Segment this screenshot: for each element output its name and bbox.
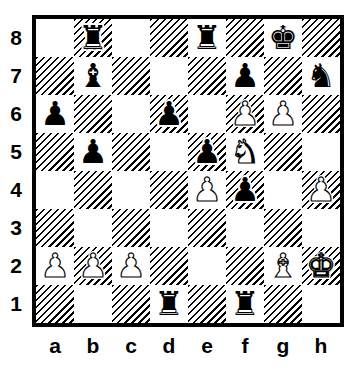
- square-c8[interactable]: [112, 19, 150, 57]
- square-g8[interactable]: ♚: [264, 19, 302, 57]
- square-b2[interactable]: ♟: [74, 247, 112, 285]
- square-b7[interactable]: ♝: [74, 57, 112, 95]
- square-f6[interactable]: ♟: [226, 95, 264, 133]
- square-g7[interactable]: [264, 57, 302, 95]
- piece-white-pawn: ♟: [306, 171, 336, 209]
- file-labels: abcdefgh: [36, 334, 340, 358]
- square-h1[interactable]: [302, 285, 340, 323]
- rank-label-8: 8: [0, 19, 32, 57]
- square-g4[interactable]: [264, 171, 302, 209]
- square-d2[interactable]: [150, 247, 188, 285]
- square-c4[interactable]: [112, 171, 150, 209]
- piece-black-rook: ♜: [78, 19, 108, 57]
- piece-black-rook: ♜: [192, 19, 222, 57]
- piece-black-pawn: ♟: [192, 133, 222, 171]
- square-a6[interactable]: ♟: [36, 95, 74, 133]
- square-e3[interactable]: [188, 209, 226, 247]
- square-e8[interactable]: ♜: [188, 19, 226, 57]
- piece-white-pawn: ♟: [116, 247, 146, 285]
- piece-black-pawn: ♟: [230, 171, 260, 209]
- piece-black-pawn: ♟: [154, 95, 184, 133]
- square-f1[interactable]: ♜: [226, 285, 264, 323]
- square-c3[interactable]: [112, 209, 150, 247]
- square-g3[interactable]: [264, 209, 302, 247]
- square-b3[interactable]: [74, 209, 112, 247]
- square-c2[interactable]: ♟: [112, 247, 150, 285]
- rank-label-3: 3: [0, 209, 32, 247]
- square-g2[interactable]: ♝: [264, 247, 302, 285]
- chess-diagram: 87654321 ♜♜♚♝♟♞♟♟♟♟♟♟♞♟♟♟♟♟♟♝♚♜♜ abcdefg…: [0, 0, 346, 369]
- square-h3[interactable]: [302, 209, 340, 247]
- file-label-f: f: [226, 334, 264, 358]
- piece-white-pawn: ♟: [268, 95, 298, 133]
- square-f5[interactable]: ♞: [226, 133, 264, 171]
- file-labels-row: abcdefgh: [0, 327, 346, 358]
- piece-white-pawn: ♟: [230, 95, 260, 133]
- square-c6[interactable]: [112, 95, 150, 133]
- piece-black-knight: ♞: [306, 57, 336, 95]
- piece-white-pawn: ♟: [40, 247, 70, 285]
- square-a3[interactable]: [36, 209, 74, 247]
- square-a5[interactable]: [36, 133, 74, 171]
- square-f2[interactable]: [226, 247, 264, 285]
- square-b6[interactable]: [74, 95, 112, 133]
- square-g5[interactable]: [264, 133, 302, 171]
- square-f4[interactable]: ♟: [226, 171, 264, 209]
- square-b5[interactable]: ♟: [74, 133, 112, 171]
- square-a8[interactable]: [36, 19, 74, 57]
- square-h6[interactable]: [302, 95, 340, 133]
- square-h4[interactable]: ♟: [302, 171, 340, 209]
- piece-black-bishop: ♝: [78, 57, 108, 95]
- square-b4[interactable]: [74, 171, 112, 209]
- square-a1[interactable]: [36, 285, 74, 323]
- piece-white-knight: ♞: [230, 133, 260, 171]
- square-d6[interactable]: ♟: [150, 95, 188, 133]
- square-c5[interactable]: [112, 133, 150, 171]
- piece-black-rook: ♜: [230, 285, 260, 323]
- square-e7[interactable]: [188, 57, 226, 95]
- square-h7[interactable]: ♞: [302, 57, 340, 95]
- square-e1[interactable]: [188, 285, 226, 323]
- file-label-h: h: [302, 334, 340, 358]
- square-d5[interactable]: [150, 133, 188, 171]
- piece-black-king: ♚: [268, 19, 298, 57]
- rank-labels: 87654321: [0, 19, 32, 323]
- rank-label-5: 5: [0, 133, 32, 171]
- file-label-g: g: [264, 334, 302, 358]
- square-a2[interactable]: ♟: [36, 247, 74, 285]
- square-d4[interactable]: [150, 171, 188, 209]
- piece-white-king: ♚: [306, 247, 336, 285]
- square-e5[interactable]: ♟: [188, 133, 226, 171]
- square-g1[interactable]: [264, 285, 302, 323]
- piece-white-pawn: ♟: [78, 247, 108, 285]
- square-f7[interactable]: ♟: [226, 57, 264, 95]
- square-d7[interactable]: [150, 57, 188, 95]
- square-b8[interactable]: ♜: [74, 19, 112, 57]
- board-and-rank-labels: 87654321 ♜♜♚♝♟♞♟♟♟♟♟♟♞♟♟♟♟♟♟♝♚♜♜: [0, 15, 346, 327]
- file-label-d: d: [150, 334, 188, 358]
- square-e6[interactable]: [188, 95, 226, 133]
- square-e4[interactable]: ♟: [188, 171, 226, 209]
- square-b1[interactable]: [74, 285, 112, 323]
- rank-label-1: 1: [0, 285, 32, 323]
- file-label-b: b: [74, 334, 112, 358]
- square-d1[interactable]: ♜: [150, 285, 188, 323]
- square-e2[interactable]: [188, 247, 226, 285]
- square-a7[interactable]: [36, 57, 74, 95]
- file-label-e: e: [188, 334, 226, 358]
- piece-black-pawn: ♟: [40, 95, 70, 133]
- square-h8[interactable]: [302, 19, 340, 57]
- square-c7[interactable]: [112, 57, 150, 95]
- square-a4[interactable]: [36, 171, 74, 209]
- rank-label-7: 7: [0, 57, 32, 95]
- piece-black-rook: ♜: [154, 285, 184, 323]
- square-f3[interactable]: [226, 209, 264, 247]
- file-label-a: a: [36, 334, 74, 358]
- piece-white-pawn: ♟: [192, 171, 222, 209]
- square-h2[interactable]: ♚: [302, 247, 340, 285]
- square-h5[interactable]: [302, 133, 340, 171]
- square-d8[interactable]: [150, 19, 188, 57]
- piece-black-pawn: ♟: [78, 133, 108, 171]
- square-f8[interactable]: [226, 19, 264, 57]
- chess-board: ♜♜♚♝♟♞♟♟♟♟♟♟♞♟♟♟♟♟♟♝♚♜♜: [32, 15, 344, 327]
- file-label-c: c: [112, 334, 150, 358]
- square-d3[interactable]: [150, 209, 188, 247]
- square-c1[interactable]: [112, 285, 150, 323]
- piece-white-bishop: ♝: [268, 247, 298, 285]
- piece-black-pawn: ♟: [230, 57, 260, 95]
- square-g6[interactable]: ♟: [264, 95, 302, 133]
- rank-label-4: 4: [0, 171, 32, 209]
- file-labels-spacer: [0, 327, 32, 358]
- rank-label-6: 6: [0, 95, 32, 133]
- rank-label-2: 2: [0, 247, 32, 285]
